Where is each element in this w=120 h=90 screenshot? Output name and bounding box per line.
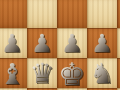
square-r1c2[interactable]: ♟ <box>57 28 87 58</box>
square-r0c4[interactable] <box>117 0 120 28</box>
square-r3c4[interactable] <box>117 88 120 90</box>
square-r0c2[interactable] <box>57 0 87 28</box>
black-knight: ♞ <box>89 59 114 89</box>
square-r2c2[interactable]: ♚ <box>57 58 87 88</box>
black-pawn: ♟ <box>91 29 113 59</box>
square-r1c1[interactable]: ♟ <box>27 28 57 58</box>
chess-board: ♟♟♟♟♝♛♚♞ <box>0 0 120 90</box>
square-r2c3[interactable]: ♞ <box>87 58 117 88</box>
square-r0c3[interactable] <box>87 0 117 28</box>
square-r1c4[interactable] <box>117 28 120 58</box>
square-r3c0[interactable] <box>0 88 27 90</box>
square-r2c0[interactable]: ♝ <box>0 58 27 88</box>
square-r2c1[interactable]: ♛ <box>27 58 57 88</box>
chess-game-thumbnail: ♟♟♟♟♝♛♚♞ <box>0 0 120 90</box>
square-r0c1[interactable] <box>27 0 57 28</box>
black-pawn: ♟ <box>61 29 83 59</box>
square-r3c2[interactable] <box>57 88 87 90</box>
square-r1c0[interactable]: ♟ <box>0 28 27 58</box>
square-r1c3[interactable]: ♟ <box>87 28 117 58</box>
black-queen: ♛ <box>29 59 54 89</box>
square-r3c3[interactable] <box>87 88 117 90</box>
black-pawn: ♟ <box>1 29 23 59</box>
square-r3c1[interactable] <box>27 88 57 90</box>
square-r0c0[interactable] <box>0 0 27 28</box>
black-pawn: ♟ <box>31 29 53 59</box>
black-king: ♚ <box>58 59 86 89</box>
square-r2c4[interactable] <box>117 58 120 88</box>
black-bishop: ♝ <box>0 59 25 89</box>
